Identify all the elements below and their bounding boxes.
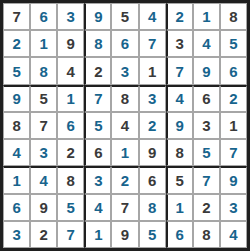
- sudoku-cell-r7c6[interactable]: 6: [139, 166, 166, 193]
- solved-digit: 5: [148, 227, 156, 242]
- sudoku-cell-r6c9[interactable]: 7: [220, 139, 247, 166]
- sudoku-cell-r6c6[interactable]: 9: [139, 139, 166, 166]
- given-digit: 6: [148, 173, 156, 188]
- sudoku-cell-r5c9[interactable]: 1: [220, 112, 247, 139]
- given-digit: 5: [176, 173, 184, 188]
- solved-digit: 2: [176, 9, 184, 24]
- given-digit: 8: [12, 118, 20, 133]
- solved-digit: 1: [176, 200, 184, 215]
- given-digit: 4: [67, 64, 75, 79]
- sudoku-cell-r6c5[interactable]: 1: [111, 139, 138, 166]
- sudoku-cell-r8c9[interactable]: 3: [220, 194, 247, 221]
- sudoku-cell-r1c7[interactable]: 2: [166, 3, 193, 30]
- sudoku-cell-r7c1[interactable]: 1: [3, 166, 30, 193]
- sudoku-cell-r2c5[interactable]: 6: [111, 30, 138, 57]
- solved-digit: 2: [12, 36, 20, 51]
- sudoku-cell-r1c9[interactable]: 8: [220, 3, 247, 30]
- sudoku-cell-r8c5[interactable]: 7: [111, 194, 138, 221]
- solved-digit: 2: [148, 118, 156, 133]
- solved-digit: 8: [39, 64, 47, 79]
- sudoku-cell-r1c5[interactable]: 5: [111, 3, 138, 30]
- solved-digit: 7: [67, 227, 75, 242]
- given-digit: 3: [202, 118, 210, 133]
- sudoku-cell-r7c7[interactable]: 5: [166, 166, 193, 193]
- solved-digit: 4: [176, 91, 184, 106]
- given-digit: 2: [39, 227, 47, 242]
- solved-digit: 7: [148, 36, 156, 51]
- sudoku-cell-r5c8[interactable]: 3: [193, 112, 220, 139]
- solved-digit: 1: [94, 227, 102, 242]
- sudoku-cell-r6c4[interactable]: 6: [84, 139, 111, 166]
- solved-digit: 2: [121, 173, 129, 188]
- sudoku-cell-r8c3[interactable]: 5: [57, 194, 84, 221]
- sudoku-cell-r2c9[interactable]: 5: [220, 30, 247, 57]
- solved-digit: 9: [229, 173, 237, 188]
- sudoku-cell-r4c4[interactable]: 7: [84, 85, 111, 112]
- sudoku-cell-r2c1[interactable]: 2: [3, 30, 30, 57]
- solved-digit: 9: [202, 64, 210, 79]
- sudoku-cell-r3c6[interactable]: 1: [139, 57, 166, 84]
- solved-digit: 6: [176, 227, 184, 242]
- sudoku-cell-r4c7[interactable]: 4: [166, 85, 193, 112]
- sudoku-cell-r2c8[interactable]: 4: [193, 30, 220, 57]
- solved-digit: 5: [229, 36, 237, 51]
- given-digit: 7: [12, 9, 20, 24]
- given-digit: 4: [121, 118, 129, 133]
- given-digit: 7: [39, 118, 47, 133]
- sudoku-cell-r1c1[interactable]: 7: [3, 3, 30, 30]
- sudoku-cell-r2c6[interactable]: 7: [139, 30, 166, 57]
- given-digit: 8: [176, 145, 184, 160]
- sudoku-cell-r5c4[interactable]: 5: [84, 112, 111, 139]
- given-digit: 8: [67, 173, 75, 188]
- sudoku-cell-r9c9[interactable]: 4: [220, 221, 247, 248]
- sudoku-cell-r2c4[interactable]: 8: [84, 30, 111, 57]
- sudoku-cell-r5c2[interactable]: 7: [30, 112, 57, 139]
- sudoku-cell-r5c1[interactable]: 8: [3, 112, 30, 139]
- given-digit: 7: [121, 200, 129, 215]
- solved-digit: 3: [229, 200, 237, 215]
- given-digit: 1: [148, 64, 156, 79]
- solved-digit: 7: [176, 64, 184, 79]
- solved-digit: 9: [94, 9, 102, 24]
- sudoku-cell-r1c4[interactable]: 9: [84, 3, 111, 30]
- solved-digit: 4: [94, 200, 102, 215]
- sudoku-cell-r5c6[interactable]: 2: [139, 112, 166, 139]
- sudoku-cell-r1c6[interactable]: 4: [139, 3, 166, 30]
- sudoku-cell-r7c2[interactable]: 4: [30, 166, 57, 193]
- sudoku-cell-r4c2[interactable]: 5: [30, 85, 57, 112]
- solved-digit: 9: [176, 118, 184, 133]
- solved-digit: 5: [202, 145, 210, 160]
- solved-digit: 4: [12, 145, 20, 160]
- sudoku-cell-r3c8[interactable]: 9: [193, 57, 220, 84]
- sudoku-cell-r9c8[interactable]: 8: [193, 221, 220, 248]
- sudoku-cell-r8c6[interactable]: 8: [139, 194, 166, 221]
- solved-digit: 2: [229, 91, 237, 106]
- sudoku-cell-r8c7[interactable]: 1: [166, 194, 193, 221]
- solved-digit: 3: [94, 173, 102, 188]
- solved-digit: 4: [229, 227, 237, 242]
- sudoku-cell-r4c3[interactable]: 1: [57, 85, 84, 112]
- solved-digit: 3: [148, 91, 156, 106]
- sudoku-cell-r2c2[interactable]: 1: [30, 30, 57, 57]
- sudoku-cell-r1c8[interactable]: 1: [193, 3, 220, 30]
- given-digit: 5: [39, 91, 47, 106]
- sudoku-cell-r9c4[interactable]: 1: [84, 221, 111, 248]
- given-digit: 9: [67, 36, 75, 51]
- sudoku-cell-r9c2[interactable]: 2: [30, 221, 57, 248]
- given-digit: 8: [202, 227, 210, 242]
- solved-digit: 7: [229, 145, 237, 160]
- sudoku-cell-r6c3[interactable]: 2: [57, 139, 84, 166]
- sudoku-cell-r1c3[interactable]: 3: [57, 3, 84, 30]
- given-digit: 8: [121, 91, 129, 106]
- solved-digit: 9: [12, 91, 20, 106]
- solved-digit: 6: [12, 200, 20, 215]
- sudoku-cell-r3c5[interactable]: 3: [111, 57, 138, 84]
- sudoku-cell-r3c2[interactable]: 8: [30, 57, 57, 84]
- given-digit: 9: [39, 200, 47, 215]
- sudoku-cell-r3c9[interactable]: 6: [220, 57, 247, 84]
- given-digit: 6: [202, 91, 210, 106]
- sudoku-cell-r5c5[interactable]: 4: [111, 112, 138, 139]
- sudoku-cell-r9c1[interactable]: 3: [3, 221, 30, 248]
- sudoku-cell-r9c7[interactable]: 6: [166, 221, 193, 248]
- sudoku-cell-r4c6[interactable]: 3: [139, 85, 166, 112]
- sudoku-cell-r4c9[interactable]: 2: [220, 85, 247, 112]
- given-digit: 2: [202, 200, 210, 215]
- solved-digit: 4: [39, 173, 47, 188]
- sudoku-cell-r7c3[interactable]: 8: [57, 166, 84, 193]
- sudoku-cell-r3c1[interactable]: 5: [3, 57, 30, 84]
- solved-digit: 1: [39, 36, 47, 51]
- solved-digit: 7: [202, 173, 210, 188]
- given-digit: 3: [176, 36, 184, 51]
- solved-digit: 8: [94, 36, 102, 51]
- solved-digit: 4: [148, 9, 156, 24]
- sudoku-cell-r3c3[interactable]: 4: [57, 57, 84, 84]
- solved-digit: 3: [121, 64, 129, 79]
- solved-digit: 1: [12, 173, 20, 188]
- sudoku-cell-r3c7[interactable]: 7: [166, 57, 193, 84]
- given-digit: 6: [94, 145, 102, 160]
- solved-digit: 1: [121, 145, 129, 160]
- sudoku-cell-r9c6[interactable]: 5: [139, 221, 166, 248]
- sudoku-cell-r6c8[interactable]: 5: [193, 139, 220, 166]
- given-digit: 2: [94, 64, 102, 79]
- solved-digit: 6: [229, 64, 237, 79]
- given-digit: 5: [121, 9, 129, 24]
- solved-digit: 3: [12, 227, 20, 242]
- given-digit: 8: [229, 9, 237, 24]
- sudoku-cell-r7c8[interactable]: 7: [193, 166, 220, 193]
- sudoku-cell-r6c7[interactable]: 8: [166, 139, 193, 166]
- sudoku-cell-r6c2[interactable]: 3: [30, 139, 57, 166]
- solved-digit: 5: [67, 200, 75, 215]
- solved-digit: 3: [67, 9, 75, 24]
- sudoku-cell-r7c9[interactable]: 9: [220, 166, 247, 193]
- sudoku-cell-r9c5[interactable]: 9: [111, 221, 138, 248]
- sudoku-board: 7639542182198673455842317969517834628765…: [0, 0, 250, 251]
- sudoku-cell-r2c7[interactable]: 3: [166, 30, 193, 57]
- sudoku-cell-r7c4[interactable]: 3: [84, 166, 111, 193]
- given-digit: 9: [148, 145, 156, 160]
- given-digit: 9: [121, 227, 129, 242]
- given-digit: 1: [229, 118, 237, 133]
- sudoku-cell-r8c1[interactable]: 6: [3, 194, 30, 221]
- sudoku-cell-r4c8[interactable]: 6: [193, 85, 220, 112]
- sudoku-cell-r4c1[interactable]: 9: [3, 85, 30, 112]
- solved-digit: 5: [12, 64, 20, 79]
- solved-digit: 1: [202, 9, 210, 24]
- solved-digit: 8: [148, 200, 156, 215]
- sudoku-cell-r5c7[interactable]: 9: [166, 112, 193, 139]
- solved-digit: 3: [39, 145, 47, 160]
- given-digit: 2: [67, 145, 75, 160]
- sudoku-cell-r8c4[interactable]: 4: [84, 194, 111, 221]
- sudoku-cell-r4c5[interactable]: 8: [111, 85, 138, 112]
- sudoku-cell-r5c3[interactable]: 6: [57, 112, 84, 139]
- solved-digit: 4: [202, 36, 210, 51]
- solved-digit: 6: [39, 9, 47, 24]
- solved-digit: 5: [94, 118, 102, 133]
- sudoku-cell-r1c2[interactable]: 6: [30, 3, 57, 30]
- sudoku-cell-r9c3[interactable]: 7: [57, 221, 84, 248]
- sudoku-cell-r6c1[interactable]: 4: [3, 139, 30, 166]
- sudoku-cell-r7c5[interactable]: 2: [111, 166, 138, 193]
- solved-digit: 6: [121, 36, 129, 51]
- solved-digit: 7: [94, 91, 102, 106]
- solved-digit: 1: [67, 91, 75, 106]
- sudoku-cell-r8c8[interactable]: 2: [193, 194, 220, 221]
- sudoku-cell-r2c3[interactable]: 9: [57, 30, 84, 57]
- sudoku-cell-r3c4[interactable]: 2: [84, 57, 111, 84]
- sudoku-cell-r8c2[interactable]: 9: [30, 194, 57, 221]
- solved-digit: 6: [67, 118, 75, 133]
